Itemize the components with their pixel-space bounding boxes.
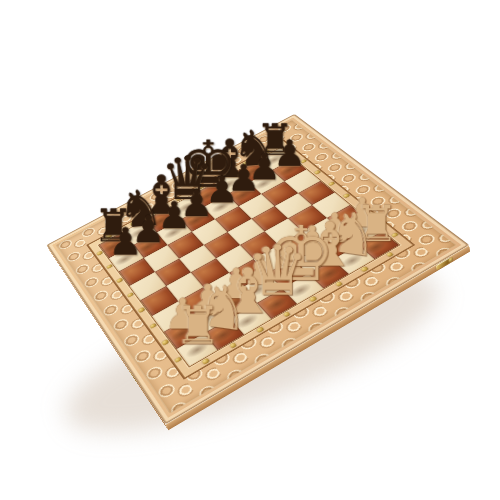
piece-anchor: ♟: [289, 169, 290, 170]
piece-anchor: ♟: [222, 205, 223, 206]
product-photo-scene: ♜♞♝♛♚♝♞♜♟♟♟♟♟♟♟♟♟♟♟♟♟♟♟♟♜♞♝♛♚♝♞♜: [0, 0, 500, 500]
piece-anchor: ♞: [224, 333, 225, 334]
piece-anchor: ♟: [244, 194, 245, 195]
piece-anchor: ♜: [198, 348, 199, 349]
piece-anchor: ♛: [277, 302, 278, 303]
piece-anchor: ♟: [148, 245, 149, 246]
piece-anchor: ♟: [126, 258, 127, 259]
piece-anchor: ♟: [196, 219, 197, 220]
piece-anchor: ♟: [175, 231, 176, 232]
piece-anchor: ♝: [248, 319, 249, 320]
chess-piece-white-rook[interactable]: ♜: [175, 299, 222, 351]
piece-anchor: ♟: [265, 182, 266, 183]
